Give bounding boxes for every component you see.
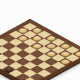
board-grid <box>0 23 80 80</box>
product-photo <box>0 0 80 80</box>
checkers-board <box>0 19 80 80</box>
